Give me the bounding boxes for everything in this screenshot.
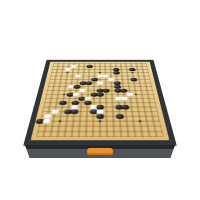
go-board bbox=[23, 60, 177, 147]
stone-black bbox=[70, 109, 78, 113]
stone-black bbox=[113, 71, 119, 74]
board-surface bbox=[31, 62, 170, 141]
stone-white bbox=[73, 93, 80, 97]
stone-white bbox=[75, 74, 81, 77]
product-photo-scene bbox=[0, 0, 200, 200]
stone-white bbox=[121, 97, 128, 101]
stones-layer bbox=[36, 63, 164, 137]
stone-black bbox=[96, 114, 103, 119]
stone-black bbox=[116, 114, 124, 119]
stone-white bbox=[65, 68, 71, 71]
stone-white bbox=[97, 81, 103, 84]
stone-black bbox=[73, 85, 80, 89]
stone-white bbox=[102, 74, 108, 77]
stone-white bbox=[126, 93, 133, 97]
stone-black bbox=[84, 101, 91, 105]
stone-black bbox=[97, 93, 104, 97]
stone-white bbox=[51, 109, 59, 113]
stone-black bbox=[59, 101, 66, 105]
stone-white bbox=[71, 65, 77, 68]
stone-black bbox=[130, 78, 137, 81]
stone-white bbox=[42, 119, 50, 124]
stone-black bbox=[91, 78, 97, 81]
stone-black bbox=[129, 68, 135, 71]
stone-black bbox=[85, 81, 91, 84]
stone-black bbox=[103, 89, 110, 93]
stone-white bbox=[108, 78, 114, 81]
stone-black bbox=[87, 65, 93, 68]
clasp-latch bbox=[87, 148, 113, 155]
stone-white bbox=[79, 89, 86, 93]
stone-black bbox=[120, 89, 127, 93]
stone-black bbox=[122, 105, 129, 109]
